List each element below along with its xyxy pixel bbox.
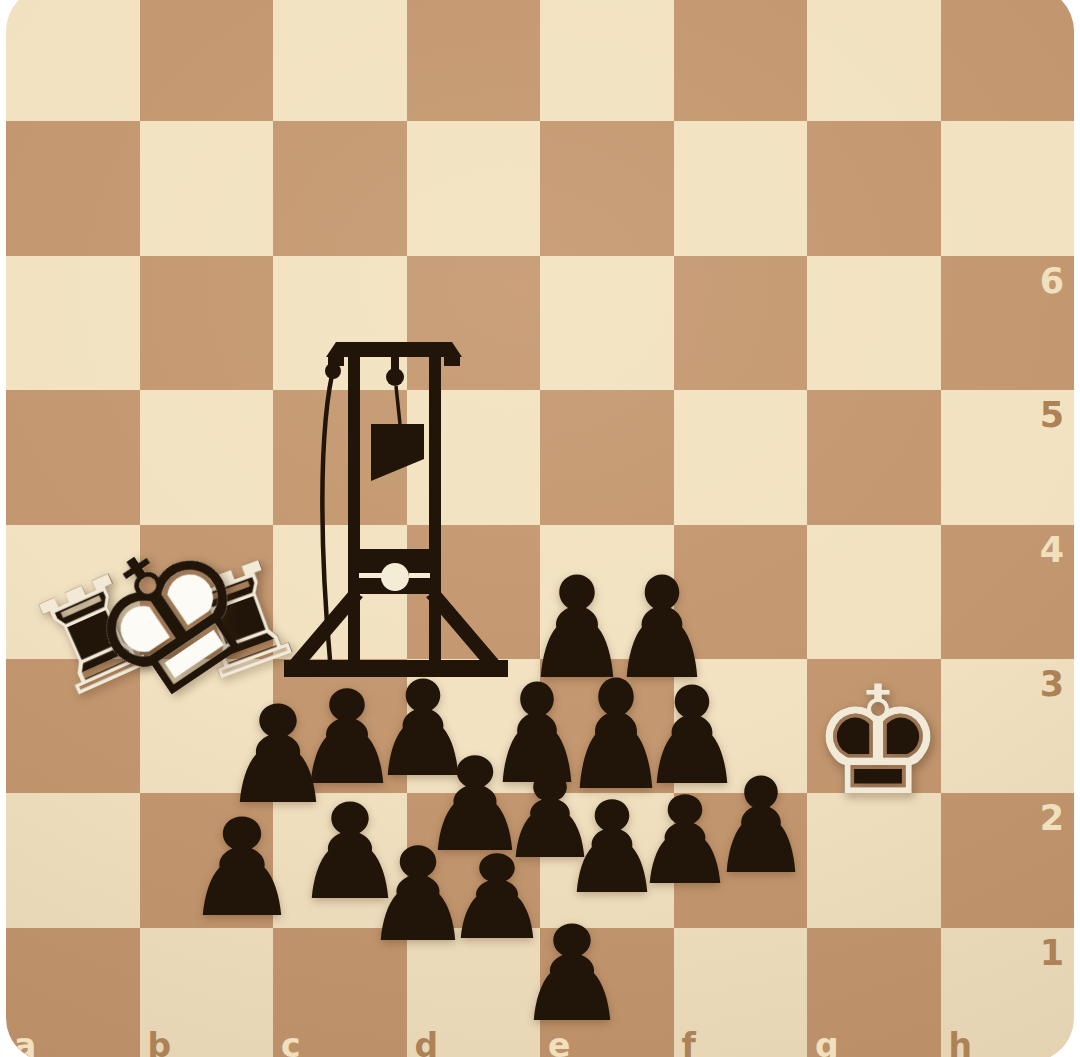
square-g8[interactable]	[807, 0, 941, 122]
square-a6[interactable]	[6, 256, 140, 391]
square-b6[interactable]	[140, 256, 274, 391]
square-a1[interactable]	[6, 928, 140, 1057]
square-h7[interactable]	[941, 121, 1075, 256]
square-e5[interactable]	[540, 390, 674, 525]
square-g5[interactable]	[807, 390, 941, 525]
square-d8[interactable]	[407, 0, 541, 122]
black-pawn[interactable]	[310, 687, 384, 783]
square-f7[interactable]	[674, 121, 808, 256]
square-c1[interactable]	[273, 928, 407, 1057]
square-d4[interactable]	[407, 525, 541, 660]
square-f8[interactable]	[674, 0, 808, 122]
square-a5[interactable]	[6, 390, 140, 525]
square-h6[interactable]	[941, 256, 1075, 391]
square-b1[interactable]	[140, 928, 274, 1057]
black-pawn[interactable]	[202, 815, 282, 915]
square-h8[interactable]	[941, 0, 1075, 122]
square-b8[interactable]	[140, 0, 274, 122]
black-pawn[interactable]	[626, 573, 698, 677]
black-pawn[interactable]	[239, 702, 317, 802]
black-pawn[interactable]	[533, 922, 611, 1020]
square-g7[interactable]	[807, 121, 941, 256]
square-e6[interactable]	[540, 256, 674, 391]
board-illustration: 654321abcdefgh ♜♖♜♖♚♔♚♔	[0, 0, 1080, 1057]
black-pawn[interactable]	[656, 683, 728, 783]
black-pawn[interactable]	[380, 844, 456, 940]
square-g1[interactable]	[807, 928, 941, 1057]
square-d5[interactable]	[407, 390, 541, 525]
black-pawn[interactable]	[576, 798, 648, 892]
square-d6[interactable]	[407, 256, 541, 391]
square-h1[interactable]	[941, 928, 1075, 1057]
square-h2[interactable]	[941, 793, 1075, 928]
square-e8[interactable]	[540, 0, 674, 122]
square-e7[interactable]	[540, 121, 674, 256]
black-pawn[interactable]	[515, 771, 585, 857]
square-c6[interactable]	[273, 256, 407, 391]
black-pawn[interactable]	[579, 676, 653, 788]
square-a8[interactable]	[6, 0, 140, 122]
square-c8[interactable]	[273, 0, 407, 122]
square-f6[interactable]	[674, 256, 808, 391]
black-pawn[interactable]	[726, 774, 796, 872]
square-c7[interactable]	[273, 121, 407, 256]
black-king[interactable]: ♚♔	[803, 666, 953, 816]
square-d7[interactable]	[407, 121, 541, 256]
black-pawn[interactable]	[460, 852, 534, 938]
square-c5[interactable]	[273, 390, 407, 525]
black-pawn[interactable]	[540, 573, 614, 677]
black-pawn[interactable]	[649, 793, 721, 883]
square-h5[interactable]	[941, 390, 1075, 525]
square-g4[interactable]	[807, 525, 941, 660]
square-f5[interactable]	[674, 390, 808, 525]
square-g6[interactable]	[807, 256, 941, 391]
square-b7[interactable]	[140, 121, 274, 256]
square-h3[interactable]	[941, 659, 1075, 794]
square-h4[interactable]	[941, 525, 1075, 660]
black-pawn[interactable]	[437, 754, 513, 850]
square-a7[interactable]	[6, 121, 140, 256]
square-a2[interactable]	[6, 793, 140, 928]
square-f1[interactable]	[674, 928, 808, 1057]
black-pawn[interactable]	[311, 800, 389, 898]
square-d1[interactable]	[407, 928, 541, 1057]
